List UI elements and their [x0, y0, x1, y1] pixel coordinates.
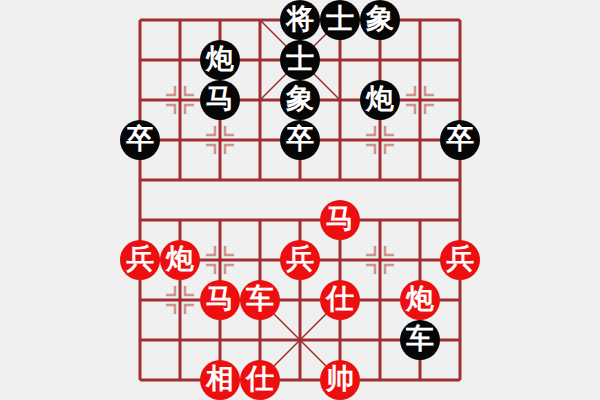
piece-black-soldier[interactable]: 卒	[120, 120, 160, 160]
piece-black-general[interactable]: 将	[280, 0, 320, 40]
piece-glyph: 将	[286, 5, 314, 33]
piece-glyph: 马	[206, 285, 234, 313]
piece-black-soldier[interactable]: 卒	[440, 120, 480, 160]
piece-glyph: 卒	[286, 125, 314, 153]
piece-glyph: 仕	[326, 285, 354, 313]
piece-glyph: 兵	[286, 245, 314, 273]
xiangqi-app: 将士象炮士马象炮卒卒卒马兵炮兵兵马车仕炮车相仕帅	[0, 0, 600, 400]
piece-glyph: 兵	[126, 245, 154, 273]
piece-black-elephant[interactable]: 象	[280, 80, 320, 120]
piece-glyph: 兵	[446, 245, 474, 273]
piece-red-chariot[interactable]: 车	[240, 280, 280, 320]
piece-black-advisor[interactable]: 士	[280, 40, 320, 80]
piece-red-advisor[interactable]: 仕	[320, 280, 360, 320]
piece-red-soldier[interactable]: 兵	[280, 240, 320, 280]
piece-glyph: 马	[326, 205, 354, 233]
piece-red-advisor[interactable]: 仕	[240, 360, 280, 400]
piece-glyph: 士	[286, 45, 314, 73]
piece-red-elephant[interactable]: 相	[200, 360, 240, 400]
piece-glyph: 士	[326, 5, 354, 33]
piece-glyph: 车	[246, 285, 274, 313]
piece-black-cannon[interactable]: 炮	[200, 40, 240, 80]
piece-glyph: 仕	[246, 365, 274, 393]
piece-black-advisor[interactable]: 士	[320, 0, 360, 40]
piece-glyph: 炮	[206, 45, 234, 73]
piece-glyph: 炮	[406, 285, 434, 313]
piece-glyph: 帅	[326, 365, 354, 393]
piece-black-soldier[interactable]: 卒	[280, 120, 320, 160]
piece-red-soldier[interactable]: 兵	[440, 240, 480, 280]
piece-glyph: 象	[366, 5, 394, 33]
piece-glyph: 炮	[166, 245, 194, 273]
piece-red-soldier[interactable]: 兵	[120, 240, 160, 280]
piece-glyph: 相	[206, 365, 234, 393]
piece-glyph: 车	[406, 325, 434, 353]
piece-red-cannon[interactable]: 炮	[400, 280, 440, 320]
piece-black-elephant[interactable]: 象	[360, 0, 400, 40]
piece-glyph: 马	[206, 85, 234, 113]
piece-black-horse[interactable]: 马	[200, 80, 240, 120]
piece-red-horse[interactable]: 马	[200, 280, 240, 320]
piece-glyph: 象	[286, 85, 314, 113]
piece-red-general[interactable]: 帅	[320, 360, 360, 400]
piece-black-cannon[interactable]: 炮	[360, 80, 400, 120]
pieces-layer: 将士象炮士马象炮卒卒卒马兵炮兵兵马车仕炮车相仕帅	[0, 0, 600, 400]
piece-black-chariot[interactable]: 车	[400, 320, 440, 360]
piece-glyph: 炮	[366, 85, 394, 113]
piece-glyph: 卒	[126, 125, 154, 153]
piece-red-cannon[interactable]: 炮	[160, 240, 200, 280]
piece-red-horse[interactable]: 马	[320, 200, 360, 240]
piece-glyph: 卒	[446, 125, 474, 153]
